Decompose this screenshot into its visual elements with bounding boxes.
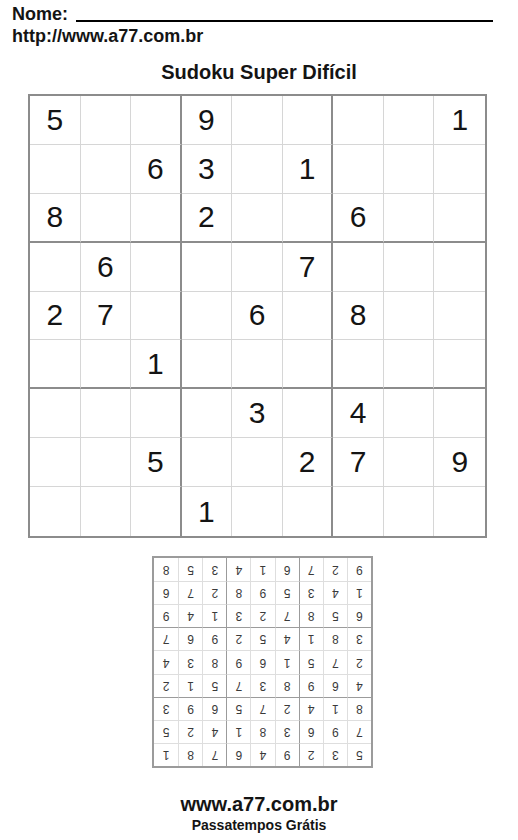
solution-cell: 7 <box>323 650 347 673</box>
solution-cell: 1 <box>323 697 347 720</box>
solution-cell: 7 <box>299 558 323 581</box>
sudoku-cell-empty[interactable] <box>232 96 283 145</box>
solution-cell: 3 <box>323 743 347 766</box>
sudoku-cell-empty[interactable] <box>81 96 132 145</box>
solution-cell: 2 <box>154 674 178 697</box>
sudoku-cell-empty[interactable] <box>434 145 485 194</box>
sudoku-cell-given: 1 <box>283 145 334 194</box>
sudoku-cell-empty[interactable] <box>333 487 384 536</box>
sudoku-cell-empty[interactable] <box>182 389 233 438</box>
solution-cell: 9 <box>202 627 226 650</box>
sudoku-cell-given: 9 <box>434 438 485 487</box>
sudoku-cell-empty[interactable] <box>131 389 182 438</box>
solution-cell: 1 <box>299 627 323 650</box>
solution-cell: 4 <box>347 674 371 697</box>
sudoku-cell-given: 6 <box>333 194 384 243</box>
solution-cell: 1 <box>154 743 178 766</box>
solution-cell: 2 <box>250 604 274 627</box>
solution-cell: 4 <box>178 604 202 627</box>
sudoku-cell-empty[interactable] <box>232 340 283 389</box>
sudoku-cell-empty[interactable] <box>182 243 233 292</box>
sudoku-grid: 59163182667276813452791 <box>28 94 487 538</box>
sudoku-cell-empty[interactable] <box>434 243 485 292</box>
solution-cell: 1 <box>202 604 226 627</box>
sudoku-cell-given: 2 <box>30 292 81 341</box>
sudoku-cell-empty[interactable] <box>384 243 435 292</box>
solution-cell: 2 <box>275 697 299 720</box>
solution-cell: 1 <box>178 674 202 697</box>
sudoku-cell-given: 9 <box>182 96 233 145</box>
solution-cell: 5 <box>347 743 371 766</box>
sudoku-cell-empty[interactable] <box>182 340 233 389</box>
sudoku-cell-empty[interactable] <box>131 292 182 341</box>
solution-cell: 7 <box>275 604 299 627</box>
solution-cell: 3 <box>178 650 202 673</box>
solution-cell: 4 <box>299 697 323 720</box>
sudoku-cell-empty[interactable] <box>81 340 132 389</box>
sudoku-cell-given <box>434 487 485 536</box>
solution-cell: 3 <box>202 558 226 581</box>
solution-cell: 9 <box>178 697 202 720</box>
sudoku-cell-empty[interactable] <box>434 340 485 389</box>
solution-cell: 1 <box>275 650 299 673</box>
sudoku-cell-empty[interactable] <box>81 438 132 487</box>
solution-cell: 5 <box>202 674 226 697</box>
solution-cell: 2 <box>178 720 202 743</box>
sudoku-cell-empty[interactable] <box>434 389 485 438</box>
sudoku-cell-empty[interactable] <box>333 243 384 292</box>
solution-cell: 6 <box>202 697 226 720</box>
solution-cell: 9 <box>275 743 299 766</box>
sudoku-cell-given: 5 <box>131 438 182 487</box>
solution-cell: 5 <box>250 627 274 650</box>
solution-cell: 5 <box>154 720 178 743</box>
solution-cell: 2 <box>347 650 371 673</box>
sudoku-cell-empty[interactable] <box>131 243 182 292</box>
solution-cell: 8 <box>275 674 299 697</box>
solution-cell: 8 <box>250 720 274 743</box>
solution-cell: 5 <box>275 581 299 604</box>
sudoku-cell-given: 3 <box>232 389 283 438</box>
solution-cell: 8 <box>323 627 347 650</box>
sudoku-cell-given: 8 <box>333 292 384 341</box>
sudoku-cell-given: 6 <box>81 243 132 292</box>
solution-cell: 5 <box>299 650 323 673</box>
sudoku-cell-empty[interactable] <box>384 292 435 341</box>
sudoku-cell-empty[interactable] <box>30 243 81 292</box>
sudoku-cell-empty[interactable] <box>384 438 435 487</box>
solution-cell: 8 <box>299 604 323 627</box>
sudoku-cell-empty[interactable] <box>81 389 132 438</box>
solution-cell: 2 <box>226 627 250 650</box>
sudoku-cell-given: 6 <box>232 292 283 341</box>
solution-cell: 4 <box>323 581 347 604</box>
sudoku-solution-grid: 5329467817963814258142756934698375122751… <box>152 556 373 768</box>
sudoku-cell-empty[interactable] <box>131 487 182 536</box>
solution-cell: 4 <box>250 743 274 766</box>
solution-cell: 4 <box>154 650 178 673</box>
solution-cell: 4 <box>275 627 299 650</box>
sudoku-cell-empty[interactable] <box>131 96 182 145</box>
solution-cell: 3 <box>275 720 299 743</box>
solution-cell: 6 <box>275 558 299 581</box>
name-write-line <box>76 8 493 22</box>
sudoku-cell-given: 6 <box>131 145 182 194</box>
sudoku-cell-empty[interactable] <box>182 438 233 487</box>
solution-cell: 5 <box>226 697 250 720</box>
solution-cell: 2 <box>202 581 226 604</box>
sudoku-cell-empty[interactable] <box>283 96 334 145</box>
solution-cell: 4 <box>202 720 226 743</box>
solution-cell: 6 <box>178 627 202 650</box>
sudoku-cell-empty[interactable] <box>384 389 435 438</box>
sudoku-cell-empty[interactable] <box>384 340 435 389</box>
sudoku-cell-empty[interactable] <box>384 96 435 145</box>
solution-cell: 1 <box>250 558 274 581</box>
sudoku-cell-empty[interactable] <box>283 389 334 438</box>
sudoku-cell-empty[interactable] <box>30 438 81 487</box>
sudoku-cell-empty[interactable] <box>30 340 81 389</box>
sudoku-cell-empty[interactable] <box>232 487 283 536</box>
sudoku-cell-given: 7 <box>81 292 132 341</box>
sudoku-cell-given: 8 <box>30 194 81 243</box>
sudoku-cell-empty[interactable] <box>232 194 283 243</box>
solution-cell: 7 <box>347 720 371 743</box>
solution-cell: 3 <box>226 604 250 627</box>
sudoku-cell-empty[interactable] <box>30 389 81 438</box>
puzzle-title: Sudoku Super Difícil <box>0 61 518 84</box>
sudoku-cell-empty[interactable] <box>81 145 132 194</box>
solution-cell: 3 <box>250 674 274 697</box>
solution-cell: 9 <box>299 674 323 697</box>
sudoku-cell-empty[interactable] <box>434 292 485 341</box>
solution-cell: 7 <box>250 697 274 720</box>
sudoku-cell-empty[interactable] <box>232 145 283 194</box>
sudoku-cell-empty[interactable] <box>384 145 435 194</box>
solution-cell: 8 <box>347 697 371 720</box>
sudoku-cell-empty[interactable] <box>232 438 283 487</box>
name-row: Nome: <box>12 4 493 24</box>
solution-cell: 3 <box>154 697 178 720</box>
footer-site: www.a77.com.br <box>0 793 518 816</box>
solution-cell: 2 <box>323 558 347 581</box>
site-url: http://www.a77.com.br <box>12 26 203 47</box>
solution-cell: 7 <box>226 674 250 697</box>
sudoku-cell-given: 1 <box>434 96 485 145</box>
sudoku-cell-given: 7 <box>333 438 384 487</box>
solution-cell: 9 <box>154 604 178 627</box>
sudoku-cell-given: 1 <box>182 487 233 536</box>
solution-cell: 8 <box>154 558 178 581</box>
sudoku-cell-empty[interactable] <box>283 340 334 389</box>
sudoku-cell-empty[interactable] <box>283 487 334 536</box>
sudoku-cell-given: 2 <box>182 194 233 243</box>
sudoku-cell-empty[interactable] <box>283 292 334 341</box>
sudoku-cell-empty[interactable] <box>384 194 435 243</box>
solution-cell: 6 <box>347 604 371 627</box>
sudoku-cell-empty[interactable] <box>283 194 334 243</box>
sudoku-cell-empty[interactable] <box>30 145 81 194</box>
sudoku-cell-empty[interactable] <box>333 96 384 145</box>
sudoku-cell-empty[interactable] <box>333 340 384 389</box>
sudoku-cell-empty[interactable] <box>30 487 81 536</box>
solution-cell: 2 <box>299 743 323 766</box>
solution-cell: 4 <box>226 558 250 581</box>
solution-cell: 9 <box>323 720 347 743</box>
solution-cell: 5 <box>178 558 202 581</box>
solution-cell: 6 <box>323 674 347 697</box>
solution-cell: 7 <box>202 743 226 766</box>
solution-cell: 3 <box>347 627 371 650</box>
sudoku-cell-given: 1 <box>131 340 182 389</box>
solution-cell: 8 <box>226 581 250 604</box>
solution-cell: 7 <box>154 627 178 650</box>
solution-cell: 5 <box>323 604 347 627</box>
solution-cell: 3 <box>299 581 323 604</box>
solution-cell: 9 <box>226 650 250 673</box>
sudoku-cell-empty[interactable] <box>81 194 132 243</box>
name-label: Nome: <box>12 4 68 24</box>
solution-cell: 9 <box>250 581 274 604</box>
solution-cell: 8 <box>202 650 226 673</box>
sudoku-cell-empty[interactable] <box>182 292 233 341</box>
sudoku-cell-empty[interactable] <box>434 194 485 243</box>
solution-cell: 1 <box>226 720 250 743</box>
footer-tagline: Passatempos Grátis <box>0 817 518 833</box>
sudoku-cell-empty[interactable] <box>384 487 435 536</box>
solution-cell: 6 <box>299 720 323 743</box>
sudoku-cell-given: 7 <box>283 243 334 292</box>
sudoku-cell-given: 2 <box>283 438 334 487</box>
solution-cell: 6 <box>226 743 250 766</box>
sudoku-cell-empty[interactable] <box>232 243 283 292</box>
sudoku-cell-empty[interactable] <box>81 487 132 536</box>
sudoku-cell-given: 4 <box>333 389 384 438</box>
sudoku-cell-empty[interactable] <box>333 145 384 194</box>
solution-cell: 1 <box>347 581 371 604</box>
solution-cell: 6 <box>154 581 178 604</box>
solution-cell: 7 <box>178 581 202 604</box>
sudoku-cell-empty[interactable] <box>131 194 182 243</box>
solution-cell: 9 <box>347 558 371 581</box>
solution-cell: 8 <box>178 743 202 766</box>
sudoku-cell-given: 3 <box>182 145 233 194</box>
sudoku-cell-given: 5 <box>30 96 81 145</box>
solution-cell: 6 <box>250 650 274 673</box>
